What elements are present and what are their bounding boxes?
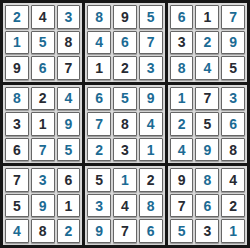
cell-r8c9[interactable]: 2 bbox=[221, 194, 245, 218]
cell-r9c9[interactable]: 1 bbox=[221, 219, 245, 243]
cell-r9c4[interactable]: 9 bbox=[87, 219, 111, 243]
cell-r2c8[interactable]: 2 bbox=[195, 31, 219, 55]
box-1: 243158967 bbox=[3, 3, 82, 82]
cell-r3c1[interactable]: 9 bbox=[5, 56, 29, 80]
cell-r8c1[interactable]: 5 bbox=[5, 194, 29, 218]
cell-r7c9[interactable]: 4 bbox=[221, 168, 245, 192]
cell-r3c4[interactable]: 1 bbox=[87, 56, 111, 80]
cell-r3c6[interactable]: 3 bbox=[139, 56, 163, 80]
cell-r8c7[interactable]: 7 bbox=[170, 194, 194, 218]
cell-r8c5[interactable]: 4 bbox=[113, 194, 137, 218]
cell-r4c4[interactable]: 6 bbox=[87, 87, 111, 111]
cell-r2c2[interactable]: 5 bbox=[31, 31, 55, 55]
cell-r7c6[interactable]: 2 bbox=[139, 168, 163, 192]
cell-r7c2[interactable]: 3 bbox=[31, 168, 55, 192]
cell-r6c2[interactable]: 7 bbox=[31, 138, 55, 162]
cell-r4c8[interactable]: 7 bbox=[195, 87, 219, 111]
cell-r7c3[interactable]: 6 bbox=[57, 168, 81, 192]
cell-r7c8[interactable]: 8 bbox=[195, 168, 219, 192]
cell-r4c7[interactable]: 1 bbox=[170, 87, 194, 111]
cell-r8c4[interactable]: 3 bbox=[87, 194, 111, 218]
cell-r3c2[interactable]: 6 bbox=[31, 56, 55, 80]
cell-r9c7[interactable]: 5 bbox=[170, 219, 194, 243]
cell-r6c4[interactable]: 2 bbox=[87, 138, 111, 162]
cell-r9c3[interactable]: 2 bbox=[57, 219, 81, 243]
cell-r2c5[interactable]: 6 bbox=[113, 31, 137, 55]
cell-r4c9[interactable]: 3 bbox=[221, 87, 245, 111]
cell-r6c7[interactable]: 4 bbox=[170, 138, 194, 162]
cell-r8c8[interactable]: 6 bbox=[195, 194, 219, 218]
cell-r2c7[interactable]: 3 bbox=[170, 31, 194, 55]
cell-r1c1[interactable]: 2 bbox=[5, 5, 29, 29]
box-9: 984762531 bbox=[168, 166, 247, 245]
cell-r6c1[interactable]: 6 bbox=[5, 138, 29, 162]
cell-r3c8[interactable]: 4 bbox=[195, 56, 219, 80]
cell-r7c4[interactable]: 5 bbox=[87, 168, 111, 192]
cell-r4c5[interactable]: 5 bbox=[113, 87, 137, 111]
cell-r9c6[interactable]: 6 bbox=[139, 219, 163, 243]
cell-r8c2[interactable]: 9 bbox=[31, 194, 55, 218]
cell-r8c6[interactable]: 8 bbox=[139, 194, 163, 218]
cell-r1c9[interactable]: 7 bbox=[221, 5, 245, 29]
box-5: 659784231 bbox=[85, 85, 164, 164]
cell-r5c4[interactable]: 7 bbox=[87, 112, 111, 136]
cell-r9c2[interactable]: 8 bbox=[31, 219, 55, 243]
cell-r1c7[interactable]: 6 bbox=[170, 5, 194, 29]
cell-r5c5[interactable]: 8 bbox=[113, 112, 137, 136]
cell-r2c9[interactable]: 9 bbox=[221, 31, 245, 55]
cell-r5c3[interactable]: 9 bbox=[57, 112, 81, 136]
cell-r3c3[interactable]: 7 bbox=[57, 56, 81, 80]
cell-r2c4[interactable]: 4 bbox=[87, 31, 111, 55]
cell-r4c1[interactable]: 8 bbox=[5, 87, 29, 111]
cell-r2c3[interactable]: 8 bbox=[57, 31, 81, 55]
cell-r8c3[interactable]: 1 bbox=[57, 194, 81, 218]
cell-r2c1[interactable]: 1 bbox=[5, 31, 29, 55]
cell-r3c5[interactable]: 2 bbox=[113, 56, 137, 80]
cell-r1c5[interactable]: 9 bbox=[113, 5, 137, 29]
cell-r1c8[interactable]: 1 bbox=[195, 5, 219, 29]
cell-r4c3[interactable]: 4 bbox=[57, 87, 81, 111]
cell-r6c5[interactable]: 3 bbox=[113, 138, 137, 162]
cell-r6c3[interactable]: 5 bbox=[57, 138, 81, 162]
cell-r4c6[interactable]: 9 bbox=[139, 87, 163, 111]
cell-r1c2[interactable]: 4 bbox=[31, 5, 55, 29]
cell-r9c5[interactable]: 7 bbox=[113, 219, 137, 243]
cell-r5c2[interactable]: 1 bbox=[31, 112, 55, 136]
cell-r4c2[interactable]: 2 bbox=[31, 87, 55, 111]
cell-r5c7[interactable]: 2 bbox=[170, 112, 194, 136]
cell-r5c9[interactable]: 6 bbox=[221, 112, 245, 136]
cell-r7c1[interactable]: 7 bbox=[5, 168, 29, 192]
box-4: 824319675 bbox=[3, 85, 82, 164]
cell-r5c8[interactable]: 5 bbox=[195, 112, 219, 136]
cell-r3c9[interactable]: 5 bbox=[221, 56, 245, 80]
cell-r5c1[interactable]: 3 bbox=[5, 112, 29, 136]
box-7: 736591482 bbox=[3, 166, 82, 245]
cell-r9c8[interactable]: 3 bbox=[195, 219, 219, 243]
box-6: 173256498 bbox=[168, 85, 247, 164]
box-8: 512348976 bbox=[85, 166, 164, 245]
cell-r7c5[interactable]: 1 bbox=[113, 168, 137, 192]
cell-r1c6[interactable]: 5 bbox=[139, 5, 163, 29]
cell-r3c7[interactable]: 8 bbox=[170, 56, 194, 80]
cell-r6c9[interactable]: 8 bbox=[221, 138, 245, 162]
cell-r7c7[interactable]: 9 bbox=[170, 168, 194, 192]
cell-r1c3[interactable]: 3 bbox=[57, 5, 81, 29]
cell-r9c1[interactable]: 4 bbox=[5, 219, 29, 243]
cell-r1c4[interactable]: 8 bbox=[87, 5, 111, 29]
sudoku-board: 2431589678954671236173298458243196756597… bbox=[0, 0, 250, 248]
cell-r6c6[interactable]: 1 bbox=[139, 138, 163, 162]
cell-r6c8[interactable]: 9 bbox=[195, 138, 219, 162]
box-3: 617329845 bbox=[168, 3, 247, 82]
cell-r5c6[interactable]: 4 bbox=[139, 112, 163, 136]
cell-r2c6[interactable]: 7 bbox=[139, 31, 163, 55]
box-2: 895467123 bbox=[85, 3, 164, 82]
